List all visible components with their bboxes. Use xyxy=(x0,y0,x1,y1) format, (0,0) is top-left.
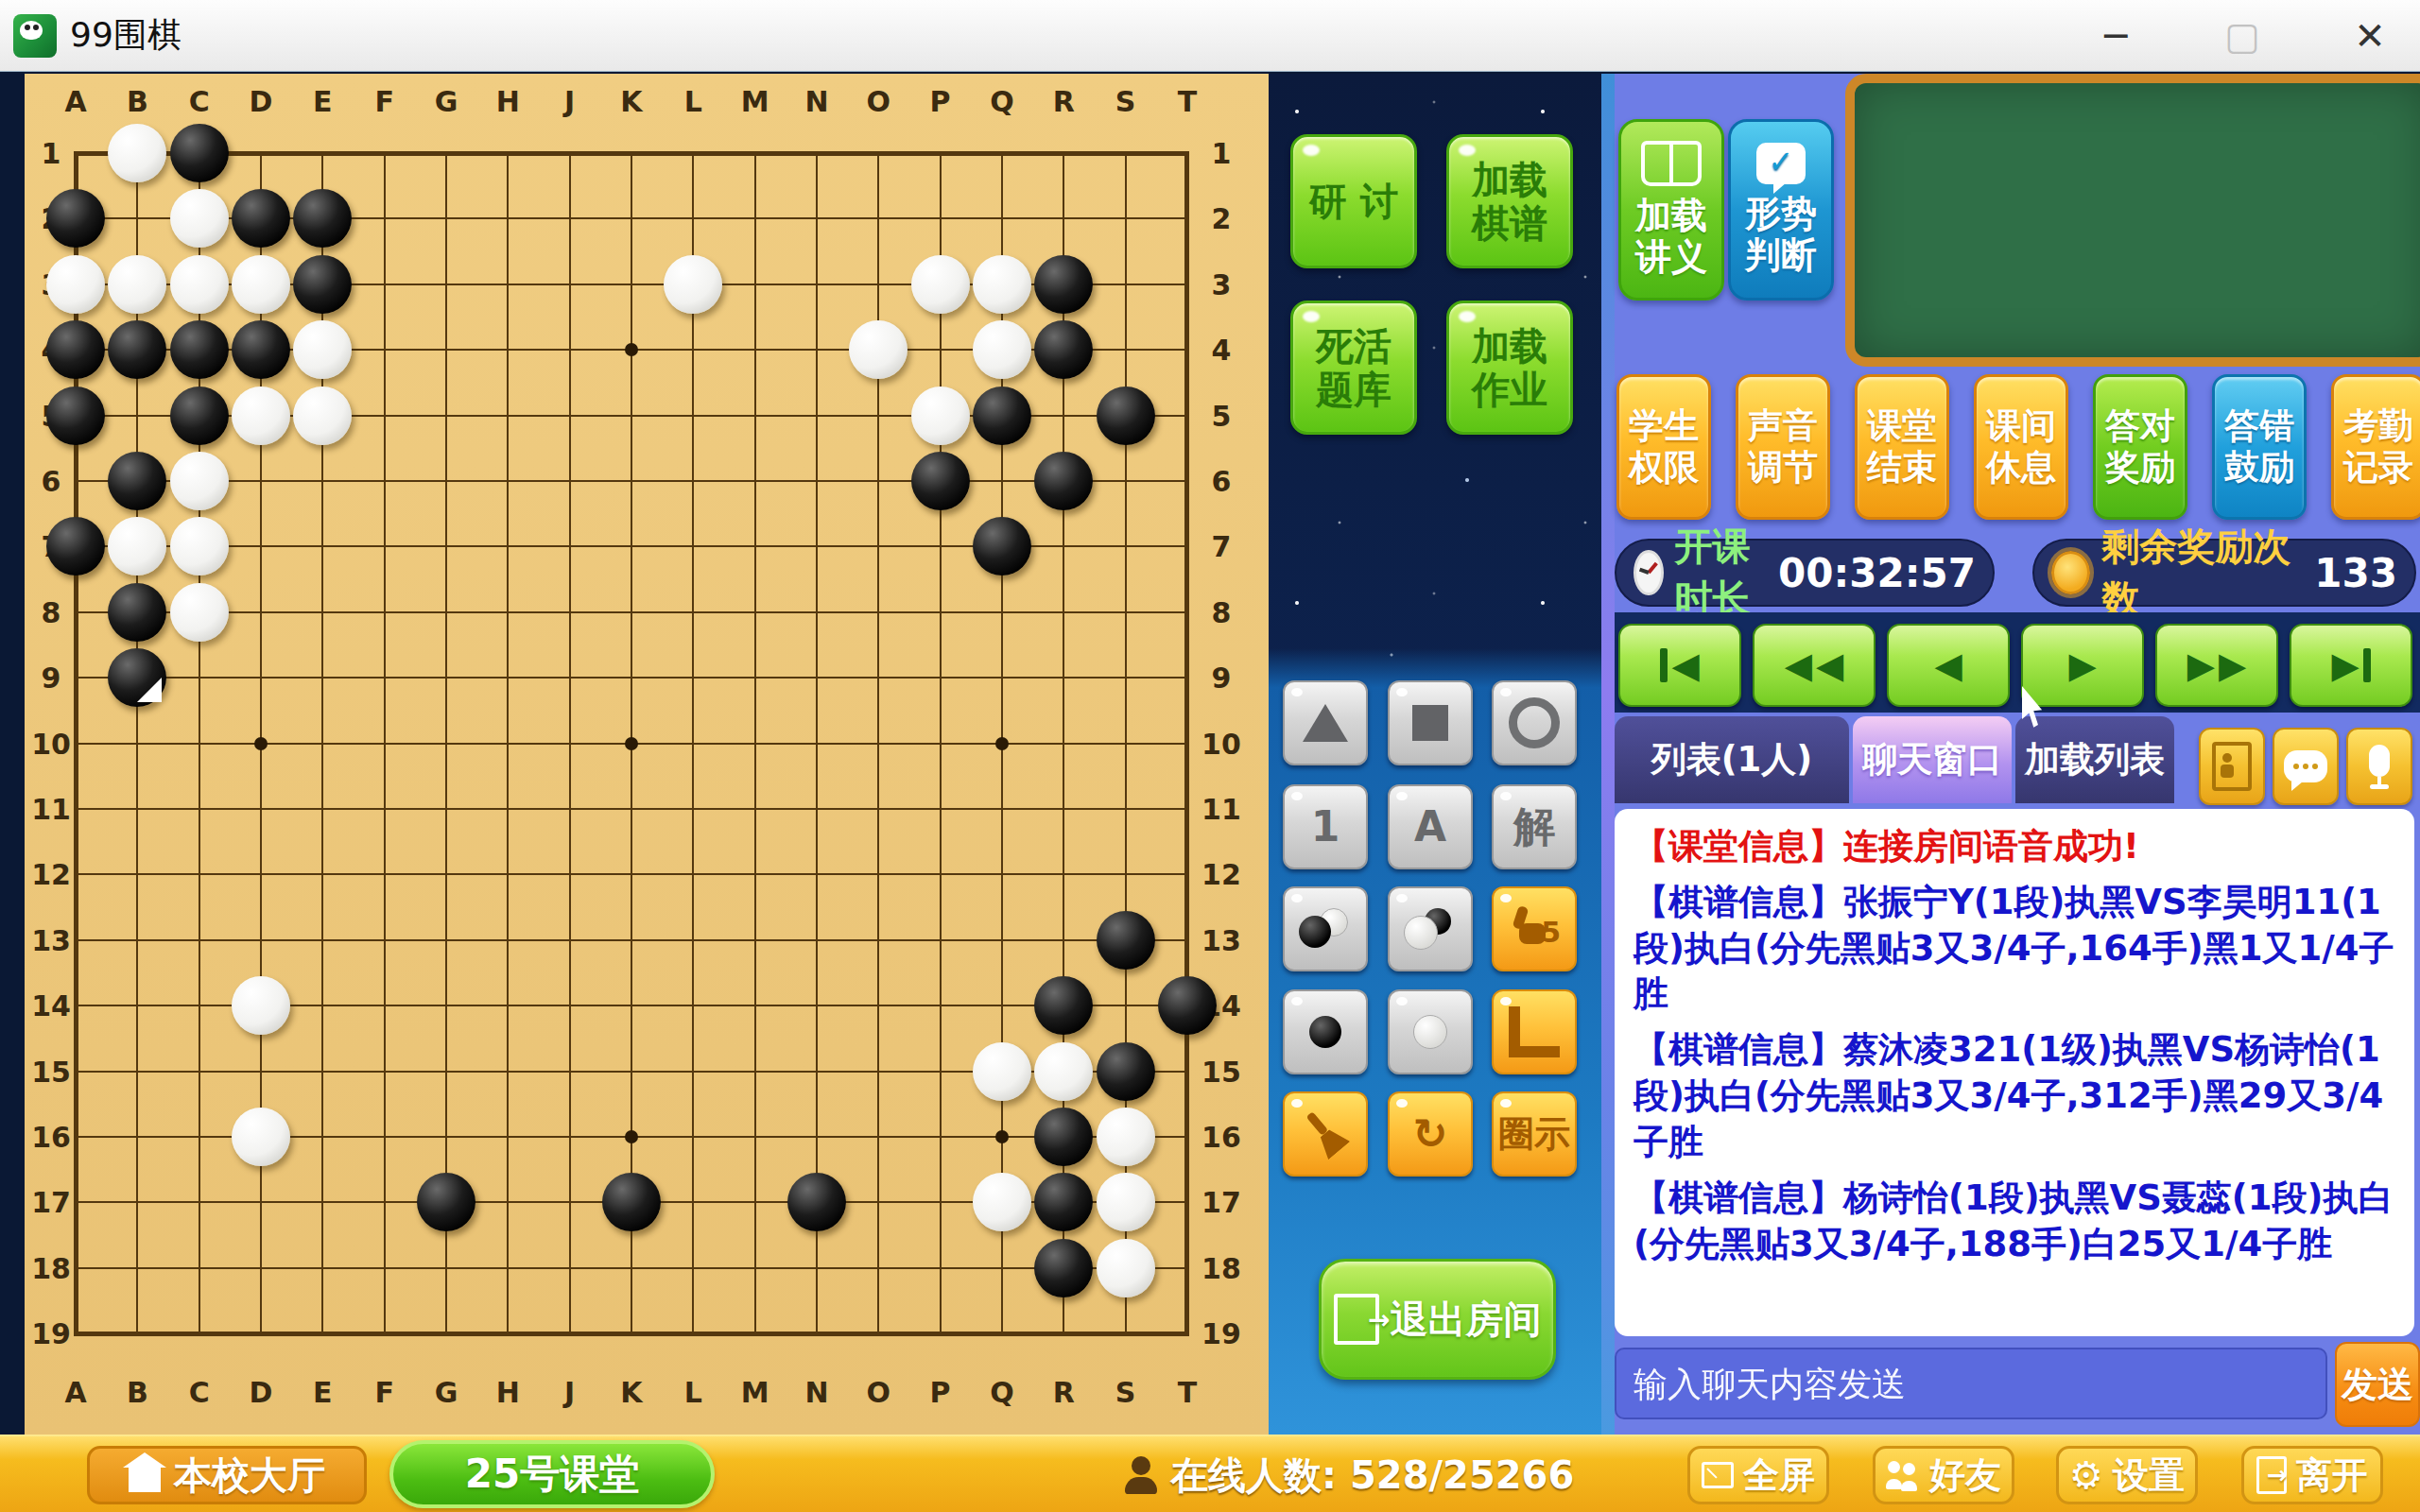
coord-label-top: F xyxy=(374,85,394,118)
black-stone-Q5[interactable] xyxy=(973,387,1031,445)
black-stone-tool[interactable] xyxy=(1283,989,1368,1074)
nav-button-2[interactable]: 加载 棋谱 xyxy=(1446,134,1573,268)
maximize-button[interactable]: ▢ xyxy=(2206,8,2278,64)
coord-label-top: A xyxy=(64,85,86,118)
playback-skip-end-button[interactable]: ▶ xyxy=(2290,624,2412,707)
coord-label-bottom: N xyxy=(804,1376,828,1409)
class-time-bar: 开课时长 00:32:57 xyxy=(1615,539,1995,607)
right-triangle-icon: ▶ xyxy=(2187,647,2215,683)
chat-message-4: 【棋谱信息】杨诗怡(1段)执黑VS聂蕊(1段)执白(分先黑贴3又3/4子,188… xyxy=(1633,1176,2395,1268)
coord-label-bottom: D xyxy=(250,1376,273,1409)
coord-label-right: 7 xyxy=(1212,530,1232,563)
load-lecture-button[interactable]: 加载 讲义 xyxy=(1618,119,1724,301)
coord-label-left: 14 xyxy=(31,989,71,1022)
coord-label-left: 6 xyxy=(42,465,61,498)
coord-label-top: E xyxy=(313,85,333,118)
nav-button-4[interactable]: 加载 作业 xyxy=(1446,301,1573,435)
left-triangle-icon: ◀ xyxy=(1785,647,1812,683)
bar-icon xyxy=(2363,648,2371,682)
coord-label-bottom: J xyxy=(564,1376,575,1409)
classroom-button[interactable]: 25号课堂 xyxy=(389,1440,715,1508)
letter-mark-tool[interactable]: A xyxy=(1388,784,1473,869)
right-panel: 加载 讲义 形势 判断 学生 权限声音 调节课堂 结束课间 休息答对 奖励答错 … xyxy=(1615,74,2420,1435)
online-label: 在线人数: xyxy=(1170,1450,1337,1502)
coord-label-top: M xyxy=(741,85,769,118)
hand-five-tool[interactable]: 5 xyxy=(1492,886,1577,971)
white-stone-B7[interactable] xyxy=(108,517,166,576)
class-time-label: 开课时长 xyxy=(1675,521,1767,625)
door-person-icon xyxy=(2212,742,2252,791)
coord-label-left: 13 xyxy=(31,923,71,956)
coord-label-bottom: Q xyxy=(990,1376,1014,1409)
coord-label-left: 1 xyxy=(42,137,61,170)
white-stone-Q4[interactable] xyxy=(973,320,1031,379)
chat-bubble-icon-button[interactable] xyxy=(2273,728,2339,805)
playback-fast-forward-button[interactable]: ▶▶ xyxy=(2155,624,2278,707)
coord-label-top: K xyxy=(620,85,642,118)
white-stone-E5[interactable] xyxy=(293,387,352,445)
grid-line-v xyxy=(816,151,818,1335)
class-time-value: 00:32:57 xyxy=(1778,550,1976,596)
white-stone-Q17[interactable] xyxy=(973,1173,1031,1231)
coord-label-right: 16 xyxy=(1201,1121,1241,1154)
white-stone-D3[interactable] xyxy=(232,255,290,314)
black-stone-P6[interactable] xyxy=(911,452,970,510)
fullscreen-icon xyxy=(1702,1462,1734,1488)
black-stone-A5[interactable] xyxy=(46,387,105,445)
coord-label-left: 15 xyxy=(31,1055,71,1088)
star-point xyxy=(995,1130,1009,1143)
black-stone-N17[interactable] xyxy=(787,1173,846,1231)
star-point xyxy=(625,1130,638,1143)
black-stone-E3[interactable] xyxy=(293,255,352,314)
black-stone-Q7[interactable] xyxy=(973,517,1031,576)
black-stone-A7[interactable] xyxy=(46,517,105,576)
tab-2[interactable]: 聊天窗口 xyxy=(1853,716,2012,803)
class-button-6[interactable]: 答错 鼓励 xyxy=(2212,374,2307,520)
circle-mark-tool[interactable] xyxy=(1492,680,1577,765)
coord-label-right: 10 xyxy=(1201,727,1241,760)
black-stone-icon xyxy=(1309,1016,1341,1048)
clock-icon xyxy=(1633,550,1664,595)
coord-label-right: 12 xyxy=(1201,858,1241,891)
coord-label-top: C xyxy=(189,85,210,118)
broom-icon xyxy=(1292,1101,1358,1167)
coord-label-left: 8 xyxy=(42,595,61,628)
coord-label-top: H xyxy=(496,85,520,118)
white-stone-C8[interactable] xyxy=(170,583,229,642)
coord-label-top: G xyxy=(435,85,458,118)
coord-label-right: 15 xyxy=(1201,1055,1241,1088)
coord-label-right: 1 xyxy=(1212,137,1232,170)
triangle-icon xyxy=(1303,704,1348,742)
coord-label-bottom: A xyxy=(64,1376,86,1409)
coord-label-left: 9 xyxy=(42,661,61,695)
grid-line-h xyxy=(74,808,1189,810)
coord-label-bottom: O xyxy=(867,1376,891,1409)
black-stone-B8[interactable] xyxy=(108,583,166,642)
black-stone-A4[interactable] xyxy=(46,320,105,379)
left-triangle-icon: ◀ xyxy=(1816,647,1843,683)
star-point xyxy=(625,343,638,356)
home-icon xyxy=(129,1468,161,1492)
coord-label-left: 19 xyxy=(31,1317,71,1350)
coord-label-top: S xyxy=(1115,85,1136,118)
coord-label-top: D xyxy=(250,85,273,118)
app-window: 99围棋 ─ ▢ ✕ AABBCCDDEEFFGGHHJJKKLLMMNNOOP… xyxy=(0,0,2420,1512)
coord-label-bottom: L xyxy=(684,1376,702,1409)
grid-line-v xyxy=(754,151,756,1335)
white-stone-L3[interactable] xyxy=(664,255,722,314)
circle-icon xyxy=(1509,697,1560,748)
tool-glyph: ↻ xyxy=(1413,1113,1448,1155)
coord-label-bottom: P xyxy=(930,1376,951,1409)
playback-step-forward-button[interactable]: ▶ xyxy=(2021,624,2144,707)
black-stone-B6[interactable] xyxy=(108,452,166,510)
coord-label-right: 2 xyxy=(1212,202,1232,235)
white-stone-C2[interactable] xyxy=(170,189,229,248)
coord-label-right: 17 xyxy=(1201,1186,1241,1219)
white-stone-C6[interactable] xyxy=(170,452,229,510)
white-stone-Q15[interactable] xyxy=(973,1042,1031,1101)
go-board[interactable]: AABBCCDDEEFFGGHHJJKKLLMMNNOOPPQQRRSSTT11… xyxy=(25,74,1269,1435)
circle-show-tool[interactable]: 圈示 xyxy=(1492,1091,1577,1177)
coord-label-left: 12 xyxy=(31,858,71,891)
nav-button-3[interactable]: 死活 题库 xyxy=(1290,301,1417,435)
black-stone-C5[interactable] xyxy=(170,387,229,445)
fullscreen-label: 全屏 xyxy=(1743,1452,1815,1500)
stone-pair-icon xyxy=(1404,908,1457,950)
grid-line-v xyxy=(692,151,694,1335)
white-stone-D16[interactable] xyxy=(232,1108,290,1166)
white-black-pair-tool[interactable] xyxy=(1388,886,1473,971)
coord-label-top: J xyxy=(564,85,575,118)
chat-input[interactable] xyxy=(1615,1348,2327,1419)
app-icon xyxy=(13,14,57,58)
black-stone-T14[interactable] xyxy=(1158,976,1217,1035)
white-stone-D5[interactable] xyxy=(232,387,290,445)
coord-label-top: Q xyxy=(990,85,1014,118)
white-stone-B3[interactable] xyxy=(108,255,166,314)
chat-message-2: 【棋谱信息】张振宁Y(1段)执黑VS李昊明11(1段)执白(分先黑贴3又3/4子… xyxy=(1633,880,2395,1018)
coord-label-right: 6 xyxy=(1212,465,1232,498)
coord-label-bottom: S xyxy=(1115,1376,1136,1409)
minimize-button[interactable]: ─ xyxy=(2080,8,2152,64)
last-move-marker xyxy=(137,678,162,702)
reset-tool[interactable]: ↻ xyxy=(1388,1091,1473,1177)
white-stone-S17[interactable] xyxy=(1097,1173,1155,1231)
black-stone-R14[interactable] xyxy=(1034,976,1093,1035)
grid-line-h xyxy=(74,1332,1189,1336)
chalkboard xyxy=(1845,74,2420,367)
black-stone-S13[interactable] xyxy=(1097,911,1155,970)
white-stone-E4[interactable] xyxy=(293,320,352,379)
coord-label-top: R xyxy=(1053,85,1075,118)
close-button[interactable]: ✕ xyxy=(2334,8,2406,64)
black-stone-S15[interactable] xyxy=(1097,1042,1155,1101)
coord-label-bottom: T xyxy=(1178,1376,1197,1409)
leave-door-icon xyxy=(2256,1456,2287,1494)
exit-room-label: 退出房间 xyxy=(1391,1294,1542,1346)
fullscreen-button[interactable]: 全屏 xyxy=(1687,1446,1829,1504)
white-stone-A3[interactable] xyxy=(46,255,105,314)
black-stone-R4[interactable] xyxy=(1034,320,1093,379)
load-lecture-label: 加载 讲义 xyxy=(1635,196,1707,278)
tab-1[interactable]: 列表(1人) xyxy=(1615,716,1849,803)
school-hall-label: 本校大厅 xyxy=(174,1450,325,1502)
left-triangle-icon: ◀ xyxy=(1934,647,1962,683)
grid-line-h xyxy=(74,939,1189,941)
coord-label-left: 17 xyxy=(31,1186,71,1219)
coord-label-top: L xyxy=(684,85,702,118)
grid-line-h xyxy=(74,1267,1189,1269)
grid-line-v xyxy=(1184,151,1189,1335)
coord-label-right: 3 xyxy=(1212,267,1232,301)
coord-label-right: 4 xyxy=(1212,334,1232,367)
class-button-5[interactable]: 答对 奖励 xyxy=(2093,374,2187,520)
reward-count-bar: 剩余奖励次数 133 xyxy=(2032,539,2416,607)
leave-label: 离开 xyxy=(2296,1452,2368,1500)
playback-controls: ◀◀◀◀▶▶▶▶ xyxy=(1615,612,2420,713)
hand-five-icon: 5 xyxy=(1513,908,1555,950)
coord-label-bottom: F xyxy=(374,1376,394,1409)
black-stone-G17[interactable] xyxy=(417,1173,475,1231)
send-button[interactable]: 发送 xyxy=(2335,1342,2420,1427)
right-triangle-icon: ▶ xyxy=(2068,647,2096,683)
white-stone-P3[interactable] xyxy=(911,255,970,314)
person-icon xyxy=(1125,1456,1157,1494)
ruler-tool[interactable] xyxy=(1492,989,1577,1074)
white-stone-D14[interactable] xyxy=(232,976,290,1035)
coord-label-top: T xyxy=(1178,85,1197,118)
book-icon xyxy=(1641,141,1702,186)
coord-label-right: 19 xyxy=(1201,1317,1241,1350)
coord-label-right: 5 xyxy=(1212,399,1232,432)
playback-fast-rewind-button[interactable]: ◀◀ xyxy=(1753,624,1875,707)
white-stone-icon xyxy=(1413,1015,1447,1049)
black-stone-C1[interactable] xyxy=(170,124,229,182)
online-count: 在线人数: 528/25266 xyxy=(1125,1436,1574,1512)
chat-message-3: 【棋谱信息】蔡沐凌321(1级)执黑VS杨诗怡(1段)执白(分先黑贴3又3/4子… xyxy=(1633,1027,2395,1165)
settings-label: 设置 xyxy=(2113,1452,2185,1500)
coord-label-top: B xyxy=(127,85,148,118)
class-button-7[interactable]: 考勤 记录 xyxy=(2331,374,2420,520)
class-button-1[interactable]: 学生 权限 xyxy=(1616,374,1711,520)
reward-count: 133 xyxy=(2314,550,2397,596)
stone-pair-icon xyxy=(1299,908,1352,950)
settings-button[interactable]: ⚙ 设置 xyxy=(2056,1446,2198,1504)
tool-glyph: 解 xyxy=(1513,806,1555,848)
playback-skip-start-button[interactable]: ◀ xyxy=(1618,624,1741,707)
coord-label-bottom: M xyxy=(741,1376,769,1409)
black-stone-R3[interactable] xyxy=(1034,255,1093,314)
coord-label-right: 13 xyxy=(1201,923,1241,956)
chat-message-area[interactable]: 【课堂信息】连接房间语音成功!【棋谱信息】张振宁Y(1段)执黑VS李昊明11(1… xyxy=(1615,809,2414,1336)
black-white-pair-tool[interactable] xyxy=(1283,886,1368,971)
medal-icon xyxy=(2051,551,2090,594)
black-stone-R6[interactable] xyxy=(1034,452,1093,510)
class-button-2[interactable]: 声音 调节 xyxy=(1736,374,1830,520)
position-judge-label: 形势 判断 xyxy=(1745,194,1817,276)
coord-label-bottom: C xyxy=(189,1376,210,1409)
microphone-icon-button[interactable] xyxy=(2346,728,2412,805)
friends-label: 好友 xyxy=(1929,1452,2001,1500)
star-point xyxy=(254,737,268,750)
window-title: 99围棋 xyxy=(70,12,181,59)
white-stone-S18[interactable] xyxy=(1097,1239,1155,1297)
white-stone-B1[interactable] xyxy=(108,124,166,182)
exit-room-button[interactable]: → 退出房间 xyxy=(1319,1259,1556,1380)
exit-list-icon-button[interactable] xyxy=(2199,728,2265,805)
coord-label-right: 11 xyxy=(1201,793,1241,826)
friends-icon xyxy=(1886,1461,1920,1489)
coord-label-top: P xyxy=(930,85,951,118)
leave-button[interactable]: 离开 xyxy=(2241,1446,2383,1504)
coord-label-left: 11 xyxy=(31,793,71,826)
black-stone-B9[interactable] xyxy=(108,648,166,707)
black-stone-D2[interactable] xyxy=(232,189,290,248)
coord-label-top: O xyxy=(867,85,891,118)
triangle-mark-tool[interactable] xyxy=(1283,680,1368,765)
black-stone-E2[interactable] xyxy=(293,189,352,248)
coord-label-bottom: E xyxy=(313,1376,333,1409)
coord-label-right: 9 xyxy=(1212,661,1232,695)
white-stone-S16[interactable] xyxy=(1097,1108,1155,1166)
class-button-3[interactable]: 课堂 结束 xyxy=(1855,374,1949,520)
coord-label-top: N xyxy=(804,85,828,118)
position-judge-button[interactable]: 形势 判断 xyxy=(1728,119,1834,301)
class-button-4[interactable]: 课间 休息 xyxy=(1974,374,2068,520)
bottom-bar: 本校大厅 25号课堂 在线人数: 528/25266 全屏 好友 ⚙ 设置 离开 xyxy=(0,1435,2420,1512)
white-stone-tool[interactable] xyxy=(1388,989,1473,1074)
check-bubble-icon xyxy=(1756,143,1806,184)
online-value: 528/25266 xyxy=(1350,1453,1574,1497)
coord-label-bottom: K xyxy=(620,1376,642,1409)
square-icon xyxy=(1412,705,1448,741)
coord-label-left: 16 xyxy=(31,1121,71,1154)
coord-label-bottom: B xyxy=(127,1376,148,1409)
black-stone-S5[interactable] xyxy=(1097,387,1155,445)
coord-label-right: 8 xyxy=(1212,595,1232,628)
reward-label: 剩余奖励次数 xyxy=(2101,521,2303,625)
coord-label-left: 18 xyxy=(31,1251,71,1284)
tool-glyph: 1 xyxy=(1311,806,1340,848)
coord-label-bottom: R xyxy=(1053,1376,1075,1409)
tool-glyph: 圈示 xyxy=(1498,1116,1570,1152)
black-stone-D4[interactable] xyxy=(232,320,290,379)
white-stone-R15[interactable] xyxy=(1034,1042,1093,1101)
bar-icon xyxy=(1660,648,1668,682)
front-stone xyxy=(1299,916,1331,948)
coord-label-left: 10 xyxy=(31,727,71,760)
white-stone-C3[interactable] xyxy=(170,255,229,314)
white-stone-C7[interactable] xyxy=(170,517,229,576)
number-mark-tool[interactable]: 1 xyxy=(1283,784,1368,869)
right-triangle-icon: ▶ xyxy=(2219,647,2246,683)
star-point xyxy=(625,737,638,750)
white-stone-O4[interactable] xyxy=(849,320,907,379)
tool-glyph: A xyxy=(1414,806,1446,848)
coord-label-right: 18 xyxy=(1201,1251,1241,1284)
coord-label-bottom: H xyxy=(496,1376,520,1409)
middle-toolbar: 研 讨加载 棋谱死活 题库加载 作业 1A解5↻圈示 → 退出房间 xyxy=(1269,74,1601,1435)
clear-broom-tool[interactable] xyxy=(1283,1091,1368,1177)
friends-button[interactable]: 好友 xyxy=(1873,1446,2014,1504)
black-stone-B4[interactable] xyxy=(108,320,166,379)
chat-bubble-icon xyxy=(2284,750,2327,782)
grid-line-h xyxy=(74,873,1189,875)
white-stone-Q3[interactable] xyxy=(973,255,1031,314)
black-stone-A2[interactable] xyxy=(46,189,105,248)
black-stone-R18[interactable] xyxy=(1034,1239,1093,1297)
coord-label-bottom: G xyxy=(435,1376,458,1409)
solution-tool[interactable]: 解 xyxy=(1492,784,1577,869)
exit-door-icon: → xyxy=(1334,1294,1379,1345)
school-hall-button[interactable]: 本校大厅 xyxy=(87,1446,367,1504)
grid-line-v xyxy=(940,151,942,1335)
panel-divider xyxy=(1601,74,1615,1435)
title-bar: 99围棋 ─ ▢ ✕ xyxy=(0,0,2420,72)
playback-step-back-button[interactable]: ◀ xyxy=(1887,624,2010,707)
gear-icon: ⚙ xyxy=(2069,1456,2103,1494)
black-stone-C4[interactable] xyxy=(170,320,229,379)
right-triangle-icon: ▶ xyxy=(2331,647,2359,683)
star-point xyxy=(995,737,1009,750)
black-stone-R17[interactable] xyxy=(1034,1173,1093,1231)
tab-3[interactable]: 加载列表 xyxy=(2015,716,2174,803)
black-stone-K17[interactable] xyxy=(602,1173,661,1231)
white-stone-P5[interactable] xyxy=(911,387,970,445)
front-stone xyxy=(1404,916,1438,950)
nav-button-1[interactable]: 研 讨 xyxy=(1290,134,1417,268)
ruler-icon xyxy=(1509,1006,1560,1057)
chat-message-1: 【课堂信息】连接房间语音成功! xyxy=(1633,824,2395,870)
microphone-icon xyxy=(2369,745,2390,777)
square-mark-tool[interactable] xyxy=(1388,680,1473,765)
left-triangle-icon: ◀ xyxy=(1671,647,1699,683)
black-stone-R16[interactable] xyxy=(1034,1108,1093,1166)
